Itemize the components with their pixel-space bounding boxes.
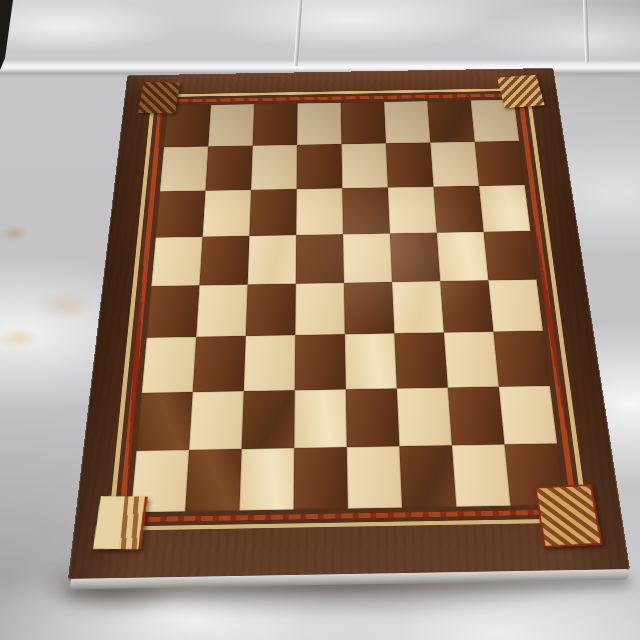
square-r4c5[interactable] [343, 233, 392, 283]
square-r4c3[interactable] [248, 235, 297, 285]
square-r5c5[interactable] [344, 282, 394, 334]
walnut-gap-inner [125, 96, 572, 517]
square-r3c4[interactable] [296, 188, 343, 235]
square-r1c7[interactable] [427, 100, 474, 142]
square-r5c7[interactable] [440, 280, 493, 332]
chessboard [68, 68, 631, 589]
square-r5c8[interactable] [488, 280, 543, 332]
square-r3c5[interactable] [342, 187, 390, 234]
square-r7c3[interactable] [242, 390, 295, 449]
square-r6c8[interactable] [493, 331, 549, 386]
square-r7c2[interactable] [189, 391, 244, 450]
corner-inlay-top-left [138, 82, 180, 113]
square-r5c4[interactable] [295, 283, 345, 335]
square-r1c4[interactable] [297, 103, 341, 145]
square-r2c2[interactable] [205, 146, 252, 191]
square-r5c6[interactable] [392, 281, 444, 333]
square-r3c2[interactable] [203, 190, 252, 237]
square-r6c3[interactable] [244, 335, 296, 391]
square-r4c1[interactable] [151, 237, 202, 287]
square-r8c7[interactable] [452, 444, 511, 506]
satin-fabric-backdrop [0, 0, 640, 640]
square-r6c1[interactable] [142, 337, 196, 393]
corner-inlay-top-right [497, 75, 545, 109]
square-r7c5[interactable] [346, 388, 400, 447]
square-r3c7[interactable] [433, 186, 483, 233]
square-r5c2[interactable] [196, 285, 247, 337]
square-r5c1[interactable] [147, 285, 200, 337]
square-r6c4[interactable] [295, 334, 346, 389]
square-r4c4[interactable] [296, 234, 344, 284]
square-r2c6[interactable] [386, 143, 434, 188]
square-r8c6[interactable] [399, 445, 456, 508]
corner-inlay-bottom-right [534, 484, 602, 547]
square-r2c8[interactable] [475, 141, 525, 185]
square-r6c7[interactable] [444, 332, 499, 387]
square-r1c3[interactable] [253, 103, 298, 145]
fabric-seam [583, 0, 589, 62]
square-r1c2[interactable] [208, 104, 254, 146]
square-r8c2[interactable] [185, 449, 241, 512]
walnut-gap [113, 91, 583, 527]
maple-inlay-line [108, 88, 589, 531]
square-r6c2[interactable] [193, 336, 246, 392]
square-r1c6[interactable] [384, 101, 430, 143]
square-r2c3[interactable] [251, 145, 297, 190]
square-r7c1[interactable] [137, 392, 193, 451]
fabric-shadow-sliver [0, 0, 16, 72]
square-r4c2[interactable] [199, 236, 249, 286]
square-r2c5[interactable] [341, 143, 387, 188]
square-r1c5[interactable] [341, 102, 386, 144]
square-r8c4[interactable] [294, 447, 348, 510]
red-inlay-line [118, 93, 577, 522]
square-r4c8[interactable] [484, 231, 537, 280]
square-r7c8[interactable] [499, 385, 557, 444]
square-r2c4[interactable] [297, 144, 343, 189]
square-r2c7[interactable] [430, 142, 479, 186]
square-r7c7[interactable] [448, 386, 505, 445]
square-r5c3[interactable] [246, 284, 296, 336]
square-r6c6[interactable] [394, 333, 447, 388]
square-r3c6[interactable] [388, 186, 437, 233]
board-grid [131, 100, 565, 513]
board-frame [69, 68, 629, 578]
fabric-seam [294, 0, 303, 66]
square-r6c5[interactable] [345, 334, 397, 389]
corner-inlay-bottom-left [93, 496, 148, 549]
square-r7c4[interactable] [294, 389, 347, 448]
square-r2c1[interactable] [160, 147, 208, 192]
square-r8c5[interactable] [347, 446, 402, 509]
square-r3c8[interactable] [479, 185, 530, 232]
square-r7c6[interactable] [397, 387, 452, 446]
square-r8c3[interactable] [239, 448, 294, 511]
square-r3c3[interactable] [249, 189, 296, 236]
square-r4c6[interactable] [390, 232, 440, 282]
square-r3c1[interactable] [156, 190, 206, 237]
square-r4c7[interactable] [437, 232, 489, 282]
